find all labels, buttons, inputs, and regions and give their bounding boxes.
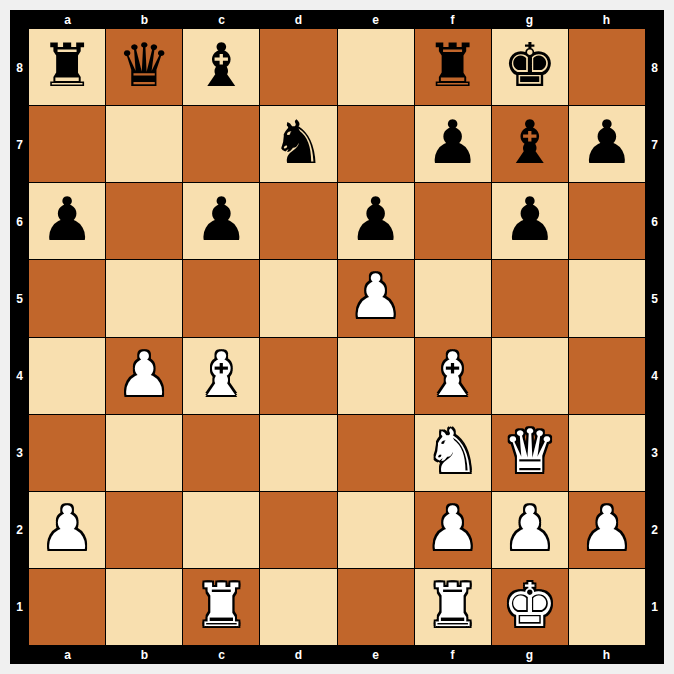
rank-label-8: 8 [645,29,664,106]
square-g6[interactable]: ♟ [492,183,568,259]
piece-white-rook[interactable]: ♜ [426,575,480,635]
file-label-d: d [260,645,337,664]
rank-label-1: 1 [645,568,664,645]
piece-black-rook[interactable]: ♜ [40,35,94,95]
square-f7[interactable]: ♟ [415,106,491,182]
square-e2[interactable] [338,492,414,568]
square-g7[interactable]: ♝ [492,106,568,182]
square-h5[interactable] [569,260,645,336]
square-e8[interactable] [338,29,414,105]
square-d7[interactable]: ♞ [260,106,336,182]
square-f5[interactable] [415,260,491,336]
square-g2[interactable]: ♟ [492,492,568,568]
piece-black-pawn[interactable]: ♟ [349,189,403,249]
rank-label-2: 2 [10,491,29,568]
square-h2[interactable]: ♟ [569,492,645,568]
rank-label-7: 7 [645,106,664,183]
piece-white-pawn[interactable]: ♟ [503,498,557,558]
square-e5[interactable]: ♟ [338,260,414,336]
square-e3[interactable] [338,415,414,491]
file-labels-top: abcdefgh [29,10,645,29]
square-f2[interactable]: ♟ [415,492,491,568]
rank-label-1: 1 [10,568,29,645]
rank-labels-left: 87654321 [10,29,29,645]
square-c2[interactable] [183,492,259,568]
square-a8[interactable]: ♜ [29,29,105,105]
square-d8[interactable] [260,29,336,105]
piece-black-rook[interactable]: ♜ [426,35,480,95]
piece-white-king[interactable]: ♚ [503,575,557,635]
piece-black-knight[interactable]: ♞ [272,112,326,172]
square-f4[interactable]: ♝ [415,338,491,414]
piece-white-pawn[interactable]: ♟ [349,266,403,326]
file-label-f: f [414,10,491,29]
square-a1[interactable] [29,569,105,645]
square-g3[interactable]: ♛ [492,415,568,491]
square-c6[interactable]: ♟ [183,183,259,259]
square-h6[interactable] [569,183,645,259]
file-label-b: b [106,10,183,29]
file-label-a: a [29,10,106,29]
square-e7[interactable] [338,106,414,182]
chess-board: ♜♛♝♜♚♞♟♝♟♟♟♟♟♟♟♝♝♞♛♟♟♟♟♜♜♚ [29,29,645,645]
square-f6[interactable] [415,183,491,259]
square-f8[interactable]: ♜ [415,29,491,105]
square-g8[interactable]: ♚ [492,29,568,105]
square-b6[interactable] [106,183,182,259]
file-label-e: e [337,10,414,29]
piece-black-queen[interactable]: ♛ [117,35,171,95]
file-label-e: e [337,645,414,664]
square-b4[interactable]: ♟ [106,338,182,414]
piece-black-pawn[interactable]: ♟ [40,189,94,249]
rank-label-3: 3 [10,414,29,491]
square-f1[interactable]: ♜ [415,569,491,645]
square-h3[interactable] [569,415,645,491]
file-label-a: a [29,645,106,664]
square-b2[interactable] [106,492,182,568]
file-label-c: c [183,10,260,29]
square-a5[interactable] [29,260,105,336]
square-b5[interactable] [106,260,182,336]
rank-label-4: 4 [645,337,664,414]
rank-label-2: 2 [645,491,664,568]
square-a3[interactable] [29,415,105,491]
piece-black-bishop[interactable]: ♝ [503,112,557,172]
piece-black-bishop[interactable]: ♝ [194,35,248,95]
piece-black-pawn[interactable]: ♟ [580,112,634,172]
square-c3[interactable] [183,415,259,491]
rank-label-5: 5 [10,260,29,337]
rank-label-6: 6 [645,183,664,260]
file-label-g: g [491,10,568,29]
piece-white-pawn[interactable]: ♟ [117,344,171,404]
piece-white-bishop[interactable]: ♝ [194,344,248,404]
square-a2[interactable]: ♟ [29,492,105,568]
rank-label-7: 7 [10,106,29,183]
square-a7[interactable] [29,106,105,182]
piece-white-queen[interactable]: ♛ [503,421,557,481]
square-g1[interactable]: ♚ [492,569,568,645]
piece-white-rook[interactable]: ♜ [194,575,248,635]
board-frame: abcdefgh abcdefgh 87654321 87654321 ♜♛♝♜… [10,10,664,664]
file-label-c: c [183,645,260,664]
square-d2[interactable] [260,492,336,568]
square-g5[interactable] [492,260,568,336]
square-c7[interactable] [183,106,259,182]
square-b3[interactable] [106,415,182,491]
file-label-h: h [568,10,645,29]
file-label-f: f [414,645,491,664]
file-labels-bottom: abcdefgh [29,645,645,664]
piece-black-pawn[interactable]: ♟ [426,112,480,172]
piece-black-pawn[interactable]: ♟ [503,189,557,249]
file-label-d: d [260,10,337,29]
square-a4[interactable] [29,338,105,414]
square-d5[interactable] [260,260,336,336]
rank-label-4: 4 [10,337,29,414]
square-b8[interactable]: ♛ [106,29,182,105]
square-c4[interactable]: ♝ [183,338,259,414]
square-c1[interactable]: ♜ [183,569,259,645]
file-label-h: h [568,645,645,664]
piece-white-bishop[interactable]: ♝ [426,344,480,404]
square-h4[interactable] [569,338,645,414]
square-f3[interactable]: ♞ [415,415,491,491]
piece-black-king[interactable]: ♚ [503,35,557,95]
piece-white-pawn[interactable]: ♟ [426,498,480,558]
square-d1[interactable] [260,569,336,645]
square-d6[interactable] [260,183,336,259]
square-d4[interactable] [260,338,336,414]
square-h7[interactable]: ♟ [569,106,645,182]
rank-label-3: 3 [645,414,664,491]
square-h8[interactable] [569,29,645,105]
piece-white-pawn[interactable]: ♟ [580,498,634,558]
file-label-b: b [106,645,183,664]
square-e1[interactable] [338,569,414,645]
rank-label-6: 6 [10,183,29,260]
square-e6[interactable]: ♟ [338,183,414,259]
square-b1[interactable] [106,569,182,645]
piece-white-knight[interactable]: ♞ [426,421,480,481]
square-a6[interactable]: ♟ [29,183,105,259]
chess-diagram: abcdefgh abcdefgh 87654321 87654321 ♜♛♝♜… [0,0,674,674]
square-c5[interactable] [183,260,259,336]
square-e4[interactable] [338,338,414,414]
square-d3[interactable] [260,415,336,491]
square-c8[interactable]: ♝ [183,29,259,105]
square-h1[interactable] [569,569,645,645]
piece-black-pawn[interactable]: ♟ [194,189,248,249]
rank-label-8: 8 [10,29,29,106]
square-g4[interactable] [492,338,568,414]
square-b7[interactable] [106,106,182,182]
rank-labels-right: 87654321 [645,29,664,645]
file-label-g: g [491,645,568,664]
rank-label-5: 5 [645,260,664,337]
piece-white-pawn[interactable]: ♟ [40,498,94,558]
